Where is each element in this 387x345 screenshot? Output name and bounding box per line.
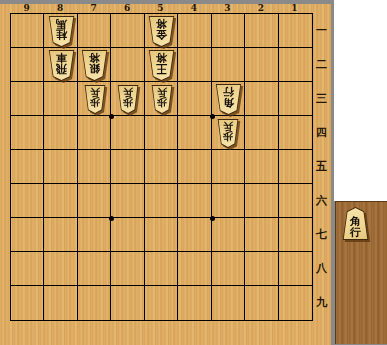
piece-kanji: 桂	[56, 29, 67, 40]
board-square-8-9[interactable]	[44, 286, 77, 320]
piece-kanji: 金	[156, 29, 167, 40]
piece-at-8二[interactable]: 飛車	[48, 50, 75, 81]
file-label-3: 3	[211, 4, 244, 13]
side-panel	[334, 0, 387, 201]
board-square-4-6[interactable]	[178, 184, 211, 218]
board-square-3-8[interactable]	[212, 252, 245, 286]
file-label-7: 7	[77, 4, 110, 13]
board-square-5-6[interactable]	[145, 184, 178, 218]
piece-kanji: 兵	[90, 87, 100, 97]
board-square-1-7[interactable]	[279, 218, 312, 252]
board-square-7-5[interactable]	[78, 150, 111, 184]
board-square-9-5[interactable]	[11, 150, 44, 184]
shogi-piece-fuhyo[interactable]: 歩兵	[117, 85, 139, 114]
piece-kanji: 歩	[157, 97, 167, 107]
shogi-piece-ginsho[interactable]: 銀将	[81, 50, 108, 81]
shogi-piece-kakugyo[interactable]: 角行	[342, 207, 369, 240]
board-square-9-7[interactable]	[11, 218, 44, 252]
piece-kanji: 車	[56, 52, 67, 63]
piece-kanji: 王	[156, 63, 167, 74]
piece-kanji: 兵	[123, 87, 133, 97]
board-square-1-5[interactable]	[279, 150, 312, 184]
rank-coordinate-labels: 一二三四五六七八九	[312, 13, 331, 319]
piece-at-7二[interactable]: 銀将	[81, 50, 108, 81]
board-square-4-4[interactable]	[178, 116, 211, 150]
board-square-4-2[interactable]	[178, 48, 211, 82]
board-square-9-4[interactable]	[11, 116, 44, 150]
file-label-4: 4	[177, 4, 210, 13]
board-square-9-8[interactable]	[11, 252, 44, 286]
board-square-3-5[interactable]	[212, 150, 245, 184]
board-square-1-4[interactable]	[279, 116, 312, 150]
board-square-5-5[interactable]	[145, 150, 178, 184]
board-square-2-8[interactable]	[245, 252, 278, 286]
rank-label-2: 二	[312, 47, 331, 81]
board-square-8-3[interactable]	[44, 82, 77, 116]
piece-kanji: 行	[350, 227, 361, 238]
board-square-4-3[interactable]	[178, 82, 211, 116]
board-square-2-6[interactable]	[245, 184, 278, 218]
rank-label-3: 三	[312, 81, 331, 115]
board-square-8-6[interactable]	[44, 184, 77, 218]
piece-at-8一[interactable]: 桂馬	[48, 16, 75, 47]
rank-label-1: 一	[312, 13, 331, 47]
shogi-piece-keima[interactable]: 桂馬	[48, 16, 75, 47]
board-square-6-1[interactable]	[111, 14, 144, 48]
rank-label-6: 六	[312, 183, 331, 217]
file-label-2: 2	[244, 4, 277, 13]
shogi-app-window: 987654321 一二三四五六七八九 角行 桂馬金将飛車銀将王将歩兵歩兵歩兵角…	[0, 0, 387, 345]
piece-kanji: 歩	[123, 97, 133, 107]
board-square-5-7[interactable]	[145, 218, 178, 252]
board-square-3-2[interactable]	[212, 48, 245, 82]
board-square-2-5[interactable]	[245, 150, 278, 184]
file-label-5: 5	[144, 4, 177, 13]
rank-label-7: 七	[312, 217, 331, 251]
board-square-3-1[interactable]	[212, 14, 245, 48]
board-square-5-4[interactable]	[145, 116, 178, 150]
board-square-4-8[interactable]	[178, 252, 211, 286]
board-square-7-1[interactable]	[78, 14, 111, 48]
file-label-8: 8	[43, 4, 76, 13]
board-square-4-9[interactable]	[178, 286, 211, 320]
board-square-8-5[interactable]	[44, 150, 77, 184]
board-square-4-7[interactable]	[178, 218, 211, 252]
file-label-9: 9	[10, 4, 43, 13]
board-square-3-6[interactable]	[212, 184, 245, 218]
piece-kanji: 将	[89, 52, 100, 63]
board-square-7-9[interactable]	[78, 286, 111, 320]
board-square-2-4[interactable]	[245, 116, 278, 150]
board-square-2-3[interactable]	[245, 82, 278, 116]
piece-at-5三[interactable]: 歩兵	[151, 85, 173, 114]
board-square-2-2[interactable]	[245, 48, 278, 82]
piece-kanji: 飛	[56, 63, 67, 74]
file-coordinate-labels: 987654321	[10, 4, 311, 13]
shogi-piece-fuhyo[interactable]: 歩兵	[84, 85, 106, 114]
hand-piece-kakugyo[interactable]: 角行	[342, 207, 369, 240]
shogi-piece-kakugyo[interactable]: 角行	[215, 84, 242, 115]
hoshi-star-point	[109, 114, 114, 119]
board-square-4-5[interactable]	[178, 150, 211, 184]
board-square-4-1[interactable]	[178, 14, 211, 48]
board-square-8-7[interactable]	[44, 218, 77, 252]
hoshi-star-point	[210, 114, 215, 119]
board-square-1-6[interactable]	[279, 184, 312, 218]
board-square-9-3[interactable]	[11, 82, 44, 116]
piece-kanji: 馬	[56, 18, 67, 29]
piece-kanji: 歩	[223, 131, 233, 141]
board-square-6-2[interactable]	[111, 48, 144, 82]
piece-at-7三[interactable]: 歩兵	[84, 85, 106, 114]
board-square-7-6[interactable]	[78, 184, 111, 218]
piece-kanji: 将	[156, 18, 167, 29]
shogi-piece-kinsho[interactable]: 金将	[148, 16, 175, 47]
board-square-3-9[interactable]	[212, 286, 245, 320]
file-label-1: 1	[278, 4, 311, 13]
board-square-8-8[interactable]	[44, 252, 77, 286]
piece-kanji: 兵	[223, 121, 233, 131]
board-square-7-8[interactable]	[78, 252, 111, 286]
board-square-6-4[interactable]	[111, 116, 144, 150]
shogi-piece-hisha[interactable]: 飛車	[48, 50, 75, 81]
board-square-9-9[interactable]	[11, 286, 44, 320]
board-square-1-3[interactable]	[279, 82, 312, 116]
board-square-1-8[interactable]	[279, 252, 312, 286]
board-square-1-1[interactable]	[279, 14, 312, 48]
piece-kanji: 歩	[90, 97, 100, 107]
board-square-2-1[interactable]	[245, 14, 278, 48]
board-square-6-7[interactable]	[111, 218, 144, 252]
board-square-7-4[interactable]	[78, 116, 111, 150]
piece-kanji: 将	[156, 52, 167, 63]
hoshi-star-point	[109, 216, 114, 221]
piece-at-6三[interactable]: 歩兵	[117, 85, 139, 114]
hoshi-star-point	[210, 216, 215, 221]
board-square-3-7[interactable]	[212, 218, 245, 252]
rank-label-9: 九	[312, 285, 331, 319]
board-square-9-2[interactable]	[11, 48, 44, 82]
piece-at-5二[interactable]: 王将	[148, 50, 175, 81]
rank-label-5: 五	[312, 149, 331, 183]
board-square-8-4[interactable]	[44, 116, 77, 150]
board-square-2-7[interactable]	[245, 218, 278, 252]
board-square-5-8[interactable]	[145, 252, 178, 286]
rank-label-4: 四	[312, 115, 331, 149]
board-square-6-9[interactable]	[111, 286, 144, 320]
board-square-5-9[interactable]	[145, 286, 178, 320]
board-square-6-5[interactable]	[111, 150, 144, 184]
file-label-6: 6	[110, 4, 143, 13]
board-square-6-8[interactable]	[111, 252, 144, 286]
board-square-6-6[interactable]	[111, 184, 144, 218]
board-square-9-1[interactable]	[11, 14, 44, 48]
board-square-9-6[interactable]	[11, 184, 44, 218]
shogi-piece-fuhyo[interactable]: 歩兵	[217, 119, 239, 148]
piece-kanji: 銀	[89, 63, 100, 74]
piece-kanji: 行	[223, 86, 234, 97]
komadai-piece-stand: 角行	[335, 201, 387, 344]
board-square-1-9[interactable]	[279, 286, 312, 320]
shogi-piece-fuhyo[interactable]: 歩兵	[151, 85, 173, 114]
piece-at-3四[interactable]: 歩兵	[217, 119, 239, 148]
piece-at-5一[interactable]: 金将	[148, 16, 175, 47]
board-square-7-7[interactable]	[78, 218, 111, 252]
shogi-piece-osho[interactable]: 王将	[148, 50, 175, 81]
board-square-2-9[interactable]	[245, 286, 278, 320]
piece-kanji: 兵	[157, 87, 167, 97]
piece-kanji: 角	[223, 97, 234, 108]
rank-label-8: 八	[312, 251, 331, 285]
piece-at-3三[interactable]: 角行	[215, 84, 242, 115]
board-square-1-2[interactable]	[279, 48, 312, 82]
